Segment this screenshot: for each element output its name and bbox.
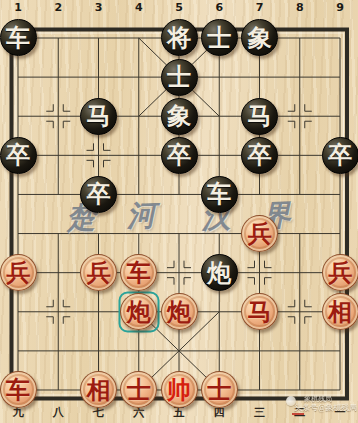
piece-black-soldier[interactable]: 卒 — [0, 137, 37, 174]
file-label-top-7: 7 — [256, 2, 264, 14]
piece-black-advisor[interactable]: 士 — [201, 19, 238, 56]
piece-black-horse[interactable]: 马 — [80, 98, 117, 135]
piece-red-advisor[interactable]: 士 — [201, 371, 238, 408]
piece-red-advisor[interactable]: 士 — [120, 371, 157, 408]
piece-black-advisor[interactable]: 士 — [161, 59, 198, 96]
piece-red-cannon[interactable]: 炮 — [120, 293, 157, 330]
piece-glyph: 炮 — [161, 293, 198, 330]
piece-glyph: 卒 — [80, 176, 117, 213]
file-label-top-1: 1 — [14, 2, 22, 14]
piece-glyph: 卒 — [322, 137, 358, 174]
piece-glyph: 卒 — [161, 137, 198, 174]
piece-red-horse[interactable]: 马 — [241, 293, 278, 330]
piece-glyph: 车 — [0, 371, 37, 408]
piece-glyph: 炮 — [201, 254, 238, 291]
piece-glyph: 马 — [241, 98, 278, 135]
piece-glyph: 将 — [161, 19, 198, 56]
file-label-top-9: 9 — [336, 2, 344, 14]
piece-red-soldier[interactable]: 兵 — [0, 254, 37, 291]
piece-red-cannon[interactable]: 炮 — [161, 293, 198, 330]
piece-glyph: 兵 — [322, 254, 358, 291]
piece-black-elephant[interactable]: 象 — [161, 98, 198, 135]
piece-glyph: 士 — [201, 19, 238, 56]
piece-glyph: 卒 — [0, 137, 37, 174]
watermark: 象棋残局 头条号@象棋残局 — [290, 395, 356, 412]
file-label-top-2: 2 — [54, 2, 62, 14]
piece-glyph: 士 — [120, 371, 157, 408]
piece-red-chariot[interactable]: 车 — [0, 371, 37, 408]
piece-black-chariot[interactable]: 车 — [201, 176, 238, 213]
piece-black-elephant[interactable]: 象 — [241, 19, 278, 56]
piece-glyph: 相 — [80, 371, 117, 408]
piece-black-soldier[interactable]: 卒 — [80, 176, 117, 213]
piece-red-elephant[interactable]: 相 — [80, 371, 117, 408]
piece-black-chariot[interactable]: 车 — [0, 19, 37, 56]
watermark-logo-icon — [286, 396, 296, 406]
piece-red-elephant[interactable]: 相 — [322, 293, 358, 330]
piece-glyph: 马 — [80, 98, 117, 135]
piece-glyph: 象 — [241, 19, 278, 56]
file-label-top-6: 6 — [215, 2, 223, 14]
piece-black-soldier[interactable]: 卒 — [322, 137, 358, 174]
piece-red-chariot[interactable]: 车 — [120, 254, 157, 291]
file-labels-top: 123456789 — [0, 2, 358, 14]
piece-glyph: 兵 — [0, 254, 37, 291]
piece-black-soldier[interactable]: 卒 — [161, 137, 198, 174]
piece-glyph: 帅 — [161, 371, 198, 408]
file-label-top-3: 3 — [95, 2, 103, 14]
file-label-top-5: 5 — [175, 2, 183, 14]
piece-black-soldier[interactable]: 卒 — [241, 137, 278, 174]
piece-glyph: 卒 — [241, 137, 278, 174]
piece-red-soldier[interactable]: 兵 — [322, 254, 358, 291]
piece-glyph: 兵 — [80, 254, 117, 291]
piece-glyph: 马 — [241, 293, 278, 330]
piece-red-general[interactable]: 帅 — [161, 371, 198, 408]
piece-glyph: 车 — [201, 176, 238, 213]
piece-glyph: 车 — [0, 19, 37, 56]
piece-glyph: 士 — [201, 371, 238, 408]
file-label-top-4: 4 — [135, 2, 143, 14]
piece-glyph: 象 — [161, 98, 198, 135]
piece-black-general[interactable]: 将 — [161, 19, 198, 56]
file-label-top-8: 8 — [296, 2, 304, 14]
piece-red-soldier[interactable]: 兵 — [80, 254, 117, 291]
piece-glyph: 士 — [161, 59, 198, 96]
watermark-line2: 头条号@象棋残局 — [294, 403, 356, 412]
piece-glyph: 车 — [120, 254, 157, 291]
piece-black-cannon[interactable]: 炮 — [201, 254, 238, 291]
piece-glyph: 相 — [322, 293, 358, 330]
piece-glyph: 兵 — [241, 215, 278, 252]
xiangqi-screenshot: 123456789 楚 河 汉 界 车将士象士马象马卒卒卒卒卒车兵兵兵车炮兵炮炮… — [0, 0, 358, 423]
watermark-underline — [292, 413, 304, 415]
piece-red-soldier[interactable]: 兵 — [241, 215, 278, 252]
xiangqi-board[interactable]: 车将士象士马象马卒卒卒卒卒车兵兵兵车炮兵炮炮马相车相士帅士 — [0, 18, 358, 409]
watermark-line1: 象棋残局 — [304, 395, 356, 403]
piece-black-horse[interactable]: 马 — [241, 98, 278, 135]
